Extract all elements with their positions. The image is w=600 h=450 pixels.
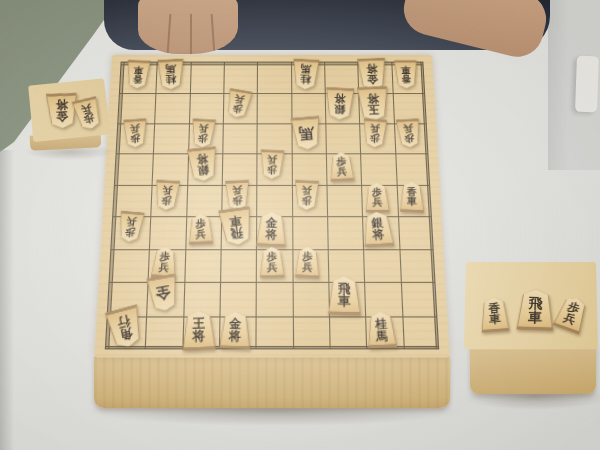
piece-kanji: 歩兵 — [267, 251, 278, 272]
shogi-piece-金将-gote[interactable]: 金将 — [359, 61, 387, 90]
shogi-piece-歩兵-gote[interactable]: 歩兵 — [123, 122, 147, 148]
background-white-object — [575, 56, 599, 113]
piece-kanji: 銀将 — [372, 217, 386, 241]
piece-kanji: 歩兵 — [370, 124, 380, 144]
piece-kanji: 銀将 — [196, 152, 209, 176]
piece-kanji: 歩兵 — [232, 93, 245, 113]
shogi-piece-金将-sente[interactable]: 金将 — [220, 312, 250, 346]
shogi-piece-飛車-sente[interactable]: 飛車 — [328, 277, 360, 313]
piece-face: 歩兵 — [295, 182, 319, 210]
piece-face: 飛車 — [329, 276, 361, 312]
piece-face: 飛車 — [517, 289, 554, 328]
shogi-piece-王将-sente[interactable]: 王将 — [182, 311, 215, 347]
piece-kanji: 金将 — [55, 98, 68, 122]
piece-face: 歩兵 — [189, 214, 213, 242]
piece-face: 歩兵 — [260, 247, 284, 276]
shogi-piece-歩兵-gote[interactable]: 歩兵 — [227, 92, 250, 117]
piece-face: 馬 — [291, 118, 322, 150]
far-player-left-hand — [138, 0, 238, 54]
shogi-board-surface: 香車桂馬桂馬金将香車歩兵銀将玉将歩兵歩兵馬歩兵歩兵銀将歩兵歩兵歩兵歩兵歩兵歩兵香… — [94, 55, 449, 358]
piece-face: 香車 — [395, 62, 418, 88]
right-komadai: 香車飛車歩兵 — [464, 262, 598, 349]
right-komadai-front — [470, 345, 596, 394]
piece-face: 歩兵 — [329, 151, 353, 178]
piece-face: 歩兵 — [123, 121, 146, 148]
piece-kanji: 歩兵 — [302, 251, 313, 272]
piece-kanji: 歩兵 — [336, 156, 347, 176]
piece-kanji: 歩兵 — [196, 219, 206, 240]
piece-face: 玉将 — [358, 88, 390, 120]
piece-kanji: 玉将 — [367, 92, 380, 115]
piece-kanji: 角行 — [116, 313, 134, 342]
shogi-piece-全-gote[interactable]: 全 — [148, 278, 177, 310]
piece-kanji: 香車 — [488, 302, 501, 326]
piece-face: 金将 — [47, 95, 78, 128]
piece-face: 歩兵 — [117, 214, 144, 244]
shogi-piece-桂馬-gote[interactable]: 桂馬 — [293, 61, 319, 89]
left-komadai: 金将歩兵 — [28, 78, 111, 142]
shogi-game-photo: 香車桂馬桂馬金将香車歩兵銀将玉将歩兵歩兵馬歩兵歩兵銀将歩兵歩兵歩兵歩兵歩兵歩兵香… — [0, 0, 600, 450]
shogi-piece-歩兵-sente[interactable]: 歩兵 — [296, 247, 320, 275]
piece-kanji: 香車 — [401, 65, 411, 83]
piece-kanji: 馬 — [298, 125, 315, 141]
shogi-piece-歩兵-sente[interactable]: 歩兵 — [260, 247, 284, 275]
piece-kanji: 歩兵 — [130, 124, 140, 144]
shogi-piece-玉将-gote[interactable]: 玉将 — [359, 89, 390, 120]
shogi-piece-歩兵-sente[interactable]: 歩兵 — [152, 247, 177, 275]
shogi-piece-歩兵-gote[interactable]: 歩兵 — [397, 122, 421, 148]
piece-kanji: 金将 — [366, 63, 379, 85]
shogi-piece-馬-gote[interactable]: 馬 — [292, 120, 320, 150]
piece-kanji: 歩兵 — [80, 103, 96, 126]
shogi-piece-歩兵-gote[interactable]: 歩兵 — [363, 122, 387, 148]
shogi-piece-銀将-gote[interactable]: 銀将 — [326, 90, 354, 119]
piece-kanji: 金将 — [229, 317, 242, 343]
shogi-piece-歩兵-gote[interactable]: 歩兵 — [74, 100, 102, 130]
piece-face: 銀将 — [363, 212, 394, 245]
shogi-piece-香車-sente[interactable]: 香車 — [400, 182, 424, 210]
piece-face: 歩兵 — [363, 121, 387, 148]
piece-kanji: 銀将 — [334, 92, 346, 114]
shogi-piece-飛車-sente[interactable]: 飛車 — [518, 289, 554, 327]
piece-kanji: 王将 — [192, 317, 205, 344]
piece-kanji: 歩兵 — [302, 185, 312, 205]
piece-kanji: 歩兵 — [267, 154, 278, 174]
shogi-piece-桂馬-sente[interactable]: 桂馬 — [368, 312, 397, 345]
piece-face: 歩兵 — [225, 182, 249, 210]
shogi-piece-飛車-gote[interactable]: 飛車 — [221, 211, 252, 245]
piece-kanji: 歩兵 — [198, 124, 209, 144]
piece-kanji: 全 — [155, 284, 172, 302]
piece-face: 銀将 — [326, 89, 354, 120]
shogi-piece-歩兵-sente[interactable]: 歩兵 — [189, 215, 213, 243]
piece-face: 歩兵 — [191, 121, 216, 148]
piece-kanji: 歩兵 — [403, 124, 415, 144]
piece-face: 歩兵 — [225, 90, 252, 119]
piece-kanji: 飛車 — [528, 296, 543, 324]
piece-face: 歩兵 — [296, 246, 320, 275]
shogi-piece-歩兵-sente[interactable]: 歩兵 — [330, 152, 354, 178]
piece-kanji: 歩兵 — [562, 301, 581, 327]
board-front-face — [94, 356, 450, 408]
piece-kanji: 金将 — [266, 217, 279, 241]
piece-kanji: 飛車 — [338, 283, 351, 309]
shogi-piece-角行-gote[interactable]: 角行 — [108, 311, 142, 347]
piece-kanji: 飛車 — [229, 214, 244, 240]
piece-face: 歩兵 — [365, 183, 389, 210]
shogi-piece-桂馬-gote[interactable]: 桂馬 — [158, 61, 184, 89]
shogi-piece-銀将-sente[interactable]: 銀将 — [363, 212, 393, 244]
shogi-piece-歩兵-gote[interactable]: 歩兵 — [260, 152, 283, 178]
piece-kanji: 香車 — [132, 65, 143, 84]
piece-kanji: 歩兵 — [161, 185, 173, 206]
piece-kanji: 歩兵 — [232, 185, 242, 205]
piece-face: 桂馬 — [158, 61, 184, 90]
piece-face: 歩兵 — [151, 246, 177, 275]
piece-kanji: 桂馬 — [166, 64, 177, 85]
shogi-piece-香車-sente[interactable]: 香車 — [481, 297, 508, 329]
shogi-piece-金将-sente[interactable]: 金将 — [258, 212, 287, 244]
far-player-right-arm — [398, 0, 551, 62]
piece-kanji: 桂馬 — [300, 64, 311, 85]
shogi-piece-銀将-gote[interactable]: 銀将 — [188, 150, 217, 180]
piece-face: 王将 — [183, 310, 215, 347]
piece-kanji: 歩兵 — [158, 251, 170, 273]
piece-face: 香車 — [480, 296, 509, 330]
piece-face: 銀将 — [187, 148, 218, 181]
piece-kanji: 桂馬 — [375, 318, 388, 343]
shogi-piece-歩兵-gote[interactable]: 歩兵 — [225, 183, 248, 210]
piece-face: 桂馬 — [367, 312, 397, 346]
piece-kanji: 歩兵 — [372, 187, 383, 207]
shogi-piece-香車-gote[interactable]: 香車 — [395, 62, 418, 88]
shogi-piece-歩兵-gote[interactable]: 歩兵 — [192, 122, 215, 148]
piece-face: 金将 — [220, 311, 251, 346]
piece-face: 香車 — [400, 182, 424, 211]
shogi-piece-歩兵-gote[interactable]: 歩兵 — [118, 215, 143, 243]
piece-kanji: 歩兵 — [124, 217, 137, 238]
shogi-piece-歩兵-gote[interactable]: 歩兵 — [295, 183, 318, 210]
shogi-piece-歩兵-gote[interactable]: 歩兵 — [155, 183, 179, 210]
shogi-piece-歩兵-sente[interactable]: 歩兵 — [558, 297, 585, 328]
piece-face: 歩兵 — [260, 151, 284, 178]
piece-face: 歩兵 — [154, 182, 179, 210]
piece-face: 桂馬 — [292, 61, 318, 90]
shogi-piece-香車-gote[interactable]: 香車 — [126, 62, 149, 88]
table-edge-shade — [0, 150, 14, 450]
piece-kanji: 香車 — [407, 187, 417, 207]
shogi-piece-歩兵-sente[interactable]: 歩兵 — [365, 183, 389, 210]
